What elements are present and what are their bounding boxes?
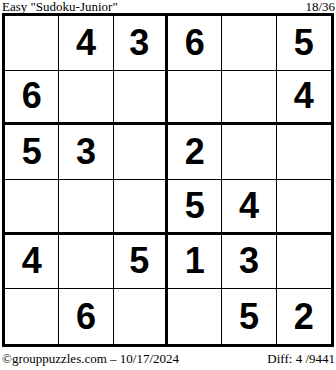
cell-r1c1 — [5, 16, 59, 71]
given-digit: 6 — [185, 25, 205, 61]
given-digit: 6 — [22, 78, 42, 114]
cell-r2c6: 4 — [277, 71, 331, 126]
cell-r6c4 — [168, 289, 222, 344]
cell-r2c1: 6 — [5, 71, 59, 126]
cell-r3c3 — [114, 125, 168, 180]
cell-r1c4: 6 — [168, 16, 222, 71]
cell-r3c4: 2 — [168, 125, 222, 180]
given-digit: 3 — [129, 25, 149, 61]
cell-r3c5 — [222, 125, 276, 180]
header: Easy "Sudoku-Junior" 18/36 — [2, 0, 335, 13]
puzzle-page: Easy "Sudoku-Junior" 18/36 4365645325445… — [0, 0, 336, 370]
cell-r2c2 — [59, 71, 113, 126]
given-digit: 5 — [22, 134, 42, 170]
cell-r3c6 — [277, 125, 331, 180]
cell-r5c4: 1 — [168, 235, 222, 290]
cell-r5c6 — [277, 235, 331, 290]
sudoku-grid: 436564532544513652 — [2, 13, 334, 347]
cell-r5c5: 3 — [222, 235, 276, 290]
given-digit: 4 — [239, 188, 259, 224]
cell-r1c3: 3 — [114, 16, 168, 71]
cell-r4c5: 4 — [222, 180, 276, 235]
given-digit: 4 — [22, 243, 42, 279]
given-digit: 5 — [239, 299, 259, 335]
cell-r4c3 — [114, 180, 168, 235]
cell-r6c1 — [5, 289, 59, 344]
given-digit: 4 — [76, 25, 96, 61]
cell-r6c2: 6 — [59, 289, 113, 344]
cell-r4c2 — [59, 180, 113, 235]
cell-r4c1 — [5, 180, 59, 235]
givens-count: 18/36 — [305, 0, 335, 13]
cell-r6c5: 5 — [222, 289, 276, 344]
given-digit: 6 — [76, 299, 96, 335]
puzzle-title: Easy "Sudoku-Junior" — [2, 0, 118, 13]
given-digit: 5 — [129, 243, 149, 279]
cell-r5c3: 5 — [114, 235, 168, 290]
cell-r4c4: 5 — [168, 180, 222, 235]
cell-r2c5 — [222, 71, 276, 126]
cell-r5c1: 4 — [5, 235, 59, 290]
cell-r2c4 — [168, 71, 222, 126]
cell-r4c6 — [277, 180, 331, 235]
given-digit: 2 — [185, 134, 205, 170]
cell-r3c1: 5 — [5, 125, 59, 180]
given-digit: 2 — [294, 299, 314, 335]
given-digit: 4 — [294, 78, 314, 114]
cell-r1c2: 4 — [59, 16, 113, 71]
cell-r1c6: 5 — [277, 16, 331, 71]
footer: ©grouppuzzles.com – 10/17/2024 Diff: 4 /… — [2, 352, 335, 368]
copyright-date: ©grouppuzzles.com – 10/17/2024 — [2, 352, 179, 366]
given-digit: 3 — [239, 243, 259, 279]
cell-r5c2 — [59, 235, 113, 290]
cell-r3c2: 3 — [59, 125, 113, 180]
given-digit: 1 — [185, 243, 205, 279]
given-digit: 5 — [185, 188, 205, 224]
cell-r1c5 — [222, 16, 276, 71]
cell-r6c6: 2 — [277, 289, 331, 344]
difficulty-label: Diff: 4 /9441 — [267, 352, 335, 366]
given-digit: 5 — [294, 25, 314, 61]
given-digit: 3 — [76, 134, 96, 170]
cell-r6c3 — [114, 289, 168, 344]
cell-r2c3 — [114, 71, 168, 126]
